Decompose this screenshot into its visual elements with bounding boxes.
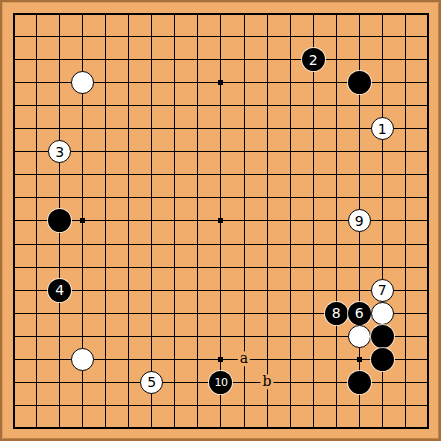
star-point [218, 80, 223, 85]
black-stone-move-2[interactable]: 2 [302, 48, 325, 71]
white-stone-move-5[interactable]: 5 [140, 371, 163, 394]
grid-line-horizontal [13, 405, 430, 406]
move-number: 1 [378, 122, 387, 136]
grid-line-vertical [290, 13, 291, 430]
star-point [357, 357, 362, 362]
black-stone[interactable] [371, 325, 394, 348]
move-number: 10 [214, 377, 227, 388]
grid-line-horizontal [13, 267, 430, 268]
grid-line-horizontal [13, 244, 430, 245]
go-board[interactable]: 21394786510ab [0, 0, 441, 441]
black-stone-move-10[interactable]: 10 [209, 371, 232, 394]
white-stone-move-3[interactable]: 3 [48, 140, 71, 163]
white-stone[interactable] [71, 71, 94, 94]
white-stone-move-7[interactable]: 7 [371, 279, 394, 302]
point-label-b[interactable]: b [261, 375, 274, 390]
grid-line-vertical [267, 13, 268, 430]
black-stone[interactable] [371, 348, 394, 371]
grid-line-horizontal [13, 290, 430, 291]
black-stone[interactable] [348, 71, 371, 94]
move-number: 5 [147, 375, 156, 389]
star-point [218, 357, 223, 362]
white-stone-move-9[interactable]: 9 [348, 209, 371, 232]
star-point [218, 218, 223, 223]
move-number: 7 [378, 283, 387, 297]
move-number: 8 [332, 306, 341, 320]
black-stone-move-4[interactable]: 4 [48, 279, 71, 302]
white-stone[interactable] [71, 348, 94, 371]
move-number: 9 [355, 214, 364, 228]
point-label-a[interactable]: a [238, 352, 250, 367]
black-stone[interactable] [48, 209, 71, 232]
star-point [80, 218, 85, 223]
black-stone-move-6[interactable]: 6 [348, 302, 371, 325]
grid-line-vertical [405, 13, 406, 430]
white-stone[interactable] [348, 325, 371, 348]
move-number: 2 [309, 53, 318, 67]
black-stone[interactable] [348, 371, 371, 394]
grid-line-vertical [313, 13, 314, 430]
grid-line-horizontal [13, 427, 430, 429]
grid-line-vertical [336, 13, 337, 430]
grid-line-vertical [427, 13, 429, 430]
white-stone-move-1[interactable]: 1 [371, 117, 394, 140]
white-stone[interactable] [371, 302, 394, 325]
move-number: 6 [355, 306, 364, 320]
grid-line-vertical [244, 13, 245, 430]
black-stone-move-8[interactable]: 8 [325, 302, 348, 325]
move-number: 4 [55, 283, 64, 297]
move-number: 3 [55, 145, 64, 159]
